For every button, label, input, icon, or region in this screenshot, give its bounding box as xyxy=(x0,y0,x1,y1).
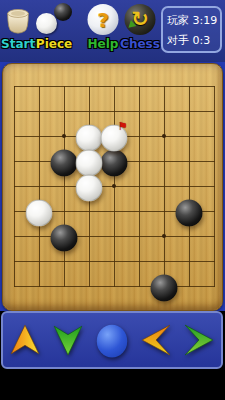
board-zone: ⚑ xyxy=(0,62,225,311)
clock-panel: 玩家 3:19 对手 0:3 xyxy=(161,6,222,53)
grid-line xyxy=(189,86,190,287)
stone-white xyxy=(76,150,103,177)
bottom-toolbar xyxy=(1,311,223,369)
opponent-clock-time: 0:3 xyxy=(193,34,211,47)
start-label: Start xyxy=(1,38,35,50)
stone-white xyxy=(76,125,103,152)
star-point xyxy=(162,234,166,238)
grid-line xyxy=(14,261,215,262)
stone-black xyxy=(51,150,78,177)
player-clock: 玩家 3:19 xyxy=(167,11,220,31)
stone-white xyxy=(26,200,53,227)
right-button[interactable] xyxy=(178,318,220,362)
star-point xyxy=(162,134,166,138)
black-stone-glyph xyxy=(54,3,72,21)
black-white-stones-icon xyxy=(33,2,75,38)
grid-line xyxy=(14,286,215,287)
white-stone-glyph xyxy=(36,13,57,34)
star-point xyxy=(62,134,66,138)
piece-button[interactable]: Piece xyxy=(33,2,75,50)
opponent-clock: 对手 0:3 xyxy=(167,31,220,51)
question-glyph: ? xyxy=(97,10,109,30)
stone-black xyxy=(176,200,203,227)
last-move-marker: ⚑ xyxy=(118,121,128,132)
stone-black xyxy=(151,275,178,302)
piece-label: Piece xyxy=(33,38,75,50)
blue-ball-icon xyxy=(94,322,130,358)
chess-button[interactable]: ↻ Chess xyxy=(118,2,162,50)
help-button[interactable]: ? Help xyxy=(84,2,122,50)
up-button[interactable] xyxy=(4,318,46,362)
stone-white xyxy=(76,175,103,202)
help-label: Help xyxy=(84,38,122,50)
top-toolbar: Start Piece ? Help ↻ Chess xyxy=(0,0,225,62)
stone-white: ⚑ xyxy=(101,125,128,152)
star-point xyxy=(112,184,116,188)
grid-line xyxy=(139,86,140,287)
grid-line xyxy=(164,86,165,287)
start-button[interactable]: Start xyxy=(1,2,35,50)
left-button[interactable] xyxy=(135,318,177,362)
chess-label: Chess xyxy=(118,38,162,50)
black-footer xyxy=(0,369,225,400)
go-bowl-icon xyxy=(1,2,35,38)
app-screen: Start Piece ? Help ↻ Chess xyxy=(0,0,225,400)
ball-button[interactable] xyxy=(91,318,133,362)
opponent-clock-label: 对手 xyxy=(167,34,189,47)
arrow-right-icon xyxy=(181,323,217,357)
grid-line xyxy=(14,236,215,237)
stone-black xyxy=(51,225,78,252)
question-sphere-icon: ? xyxy=(84,2,122,38)
arrow-up-icon xyxy=(7,323,43,357)
player-clock-time: 3:19 xyxy=(193,14,218,27)
player-clock-label: 玩家 xyxy=(167,14,189,27)
arrow-down-icon xyxy=(50,323,86,357)
down-button[interactable] xyxy=(47,318,89,362)
arrow-left-icon xyxy=(138,323,174,357)
stone-black xyxy=(101,150,128,177)
grid-line xyxy=(214,86,215,287)
board[interactable]: ⚑ xyxy=(2,63,223,311)
cycle-sphere-icon: ↻ xyxy=(118,2,162,38)
